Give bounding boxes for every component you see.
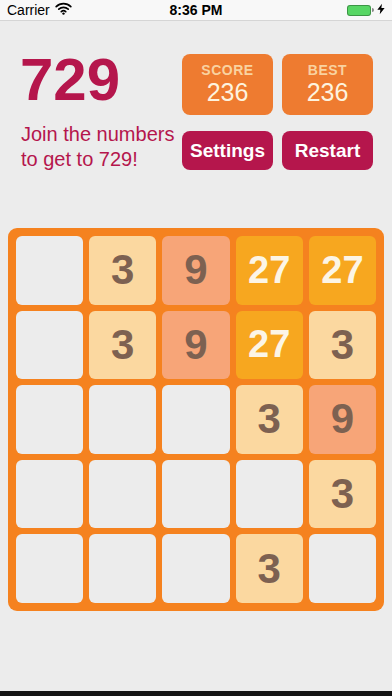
empty-cell — [162, 460, 229, 529]
wifi-icon — [55, 1, 72, 19]
app-screen: Carrier 8:36 PM 729 Joi — [0, 0, 392, 696]
tile-9: 9 — [309, 385, 376, 454]
score-label: SCORE — [201, 62, 253, 78]
battery-icon — [347, 5, 374, 16]
tile-3: 3 — [236, 534, 303, 603]
empty-cell — [89, 460, 156, 529]
empty-cell — [16, 311, 83, 380]
score-box: SCORE 236 — [182, 54, 273, 115]
instructions-line2: to get to 729! — [21, 147, 174, 172]
tile-3: 3 — [309, 311, 376, 380]
best-value: 236 — [307, 78, 349, 107]
status-bar: Carrier 8:36 PM — [0, 0, 392, 21]
best-box: BEST 236 — [282, 54, 373, 115]
game-instructions: Join the numbers to get to 729! — [21, 122, 174, 172]
empty-cell — [162, 534, 229, 603]
empty-cell — [89, 385, 156, 454]
best-label: BEST — [308, 62, 347, 78]
carrier-label: Carrier — [7, 2, 50, 18]
tile-3: 3 — [89, 236, 156, 305]
score-value: 236 — [207, 78, 249, 107]
tile-27: 27 — [236, 311, 303, 380]
tile-9: 9 — [162, 236, 229, 305]
empty-cell — [16, 534, 83, 603]
page-title: 729 — [20, 50, 120, 110]
empty-cell — [89, 534, 156, 603]
empty-cell — [16, 236, 83, 305]
empty-cell — [309, 534, 376, 603]
empty-cell — [16, 460, 83, 529]
charging-bolt-icon — [377, 1, 385, 19]
tile-3: 3 — [89, 311, 156, 380]
empty-cell — [236, 460, 303, 529]
tile-27: 27 — [236, 236, 303, 305]
screenshot-bottom-edge — [0, 691, 392, 696]
instructions-line1: Join the numbers — [21, 122, 174, 147]
restart-button[interactable]: Restart — [282, 131, 373, 170]
tile-3: 3 — [309, 460, 376, 529]
empty-cell — [16, 385, 83, 454]
tile-27: 27 — [309, 236, 376, 305]
empty-cell — [162, 385, 229, 454]
settings-button[interactable]: Settings — [182, 131, 273, 170]
tile-9: 9 — [162, 311, 229, 380]
tile-3: 3 — [236, 385, 303, 454]
board[interactable]: 392727392733933 — [8, 228, 384, 611]
